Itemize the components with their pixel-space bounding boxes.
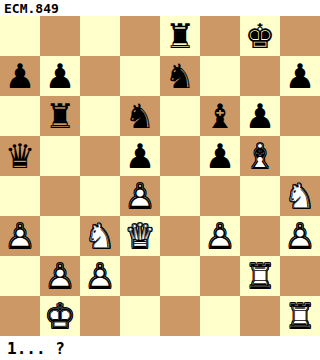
square-a5[interactable]: ♛ — [0, 136, 40, 176]
white-pawn-outline-icon: ♙ — [80, 256, 120, 296]
square-c3[interactable]: ♞♘ — [80, 216, 120, 256]
square-a2[interactable] — [0, 256, 40, 296]
square-d4[interactable]: ♟♙ — [120, 176, 160, 216]
square-e1[interactable] — [160, 296, 200, 336]
piece-white-knight: ♞♘ — [280, 176, 320, 216]
square-f1[interactable] — [200, 296, 240, 336]
square-d8[interactable] — [120, 16, 160, 56]
square-h3[interactable]: ♟♙ — [280, 216, 320, 256]
piece-black-knight: ♞ — [160, 56, 200, 96]
piece-white-pawn: ♟♙ — [120, 176, 160, 216]
white-knight-outline-icon: ♘ — [280, 176, 320, 216]
square-h5[interactable] — [280, 136, 320, 176]
white-pawn-outline-icon: ♙ — [40, 256, 80, 296]
square-b4[interactable] — [40, 176, 80, 216]
square-f5[interactable]: ♟ — [200, 136, 240, 176]
square-a8[interactable] — [0, 16, 40, 56]
white-king-outline-icon: ♔ — [40, 296, 80, 336]
white-pawn-outline-icon: ♙ — [0, 216, 40, 256]
square-h4[interactable]: ♞♘ — [280, 176, 320, 216]
white-pawn-outline-icon: ♙ — [120, 176, 160, 216]
piece-black-queen: ♛ — [0, 136, 40, 176]
square-f2[interactable] — [200, 256, 240, 296]
chess-board: ♜♚♟♟♞♟♜♞♝♟♛♟♟♝♗♟♙♞♘♟♙♞♘♛♕♟♙♟♙♟♙♟♙♜♖♚♔♜♖ — [0, 16, 320, 336]
square-g8[interactable]: ♚ — [240, 16, 280, 56]
square-a1[interactable] — [0, 296, 40, 336]
square-d6[interactable]: ♞ — [120, 96, 160, 136]
square-f7[interactable] — [200, 56, 240, 96]
square-b2[interactable]: ♟♙ — [40, 256, 80, 296]
black-rook-icon: ♜ — [40, 96, 80, 136]
piece-white-knight: ♞♘ — [80, 216, 120, 256]
white-rook-outline-icon: ♖ — [240, 256, 280, 296]
square-h7[interactable]: ♟ — [280, 56, 320, 96]
square-e3[interactable] — [160, 216, 200, 256]
piece-white-pawn: ♟♙ — [280, 216, 320, 256]
square-a4[interactable] — [0, 176, 40, 216]
square-d7[interactable] — [120, 56, 160, 96]
square-h8[interactable] — [280, 16, 320, 56]
white-pawn-outline-icon: ♙ — [200, 216, 240, 256]
black-bishop-icon: ♝ — [200, 96, 240, 136]
white-bishop-outline-icon: ♗ — [240, 136, 280, 176]
square-g5[interactable]: ♝♗ — [240, 136, 280, 176]
piece-white-rook: ♜♖ — [240, 256, 280, 296]
black-knight-icon: ♞ — [120, 96, 160, 136]
black-rook-icon: ♜ — [160, 16, 200, 56]
square-a7[interactable]: ♟ — [0, 56, 40, 96]
piece-black-pawn: ♟ — [240, 96, 280, 136]
black-king-icon: ♚ — [240, 16, 280, 56]
black-knight-icon: ♞ — [160, 56, 200, 96]
square-g4[interactable] — [240, 176, 280, 216]
square-b3[interactable] — [40, 216, 80, 256]
square-g1[interactable] — [240, 296, 280, 336]
piece-white-rook: ♜♖ — [280, 296, 320, 336]
black-pawn-icon: ♟ — [280, 56, 320, 96]
square-g6[interactable]: ♟ — [240, 96, 280, 136]
square-f8[interactable] — [200, 16, 240, 56]
white-rook-outline-icon: ♖ — [280, 296, 320, 336]
square-e7[interactable]: ♞ — [160, 56, 200, 96]
square-c1[interactable] — [80, 296, 120, 336]
piece-white-king: ♚♔ — [40, 296, 80, 336]
square-h1[interactable]: ♜♖ — [280, 296, 320, 336]
square-f4[interactable] — [200, 176, 240, 216]
square-d3[interactable]: ♛♕ — [120, 216, 160, 256]
square-g2[interactable]: ♜♖ — [240, 256, 280, 296]
piece-white-pawn: ♟♙ — [200, 216, 240, 256]
black-pawn-icon: ♟ — [0, 56, 40, 96]
piece-black-rook: ♜ — [40, 96, 80, 136]
black-pawn-icon: ♟ — [40, 56, 80, 96]
square-h2[interactable] — [280, 256, 320, 296]
square-b8[interactable] — [40, 16, 80, 56]
piece-white-queen: ♛♕ — [120, 216, 160, 256]
white-knight-outline-icon: ♘ — [80, 216, 120, 256]
square-g7[interactable] — [240, 56, 280, 96]
piece-black-pawn: ♟ — [0, 56, 40, 96]
piece-black-rook: ♜ — [160, 16, 200, 56]
square-b7[interactable]: ♟ — [40, 56, 80, 96]
square-c4[interactable] — [80, 176, 120, 216]
square-c6[interactable] — [80, 96, 120, 136]
black-pawn-icon: ♟ — [200, 136, 240, 176]
piece-black-pawn: ♟ — [280, 56, 320, 96]
square-d2[interactable] — [120, 256, 160, 296]
white-pawn-outline-icon: ♙ — [280, 216, 320, 256]
square-e4[interactable] — [160, 176, 200, 216]
square-e8[interactable]: ♜ — [160, 16, 200, 56]
black-pawn-icon: ♟ — [240, 96, 280, 136]
square-f3[interactable]: ♟♙ — [200, 216, 240, 256]
square-h6[interactable] — [280, 96, 320, 136]
square-d1[interactable] — [120, 296, 160, 336]
square-c7[interactable] — [80, 56, 120, 96]
piece-black-knight: ♞ — [120, 96, 160, 136]
piece-black-king: ♚ — [240, 16, 280, 56]
piece-black-pawn: ♟ — [200, 136, 240, 176]
square-d5[interactable]: ♟ — [120, 136, 160, 176]
piece-black-pawn: ♟ — [40, 56, 80, 96]
puzzle-title: ECM.849 — [0, 0, 320, 16]
black-queen-icon: ♛ — [0, 136, 40, 176]
piece-white-pawn: ♟♙ — [40, 256, 80, 296]
square-c8[interactable] — [80, 16, 120, 56]
piece-white-bishop: ♝♗ — [240, 136, 280, 176]
square-e6[interactable] — [160, 96, 200, 136]
square-b1[interactable]: ♚♔ — [40, 296, 80, 336]
square-c5[interactable] — [80, 136, 120, 176]
black-pawn-icon: ♟ — [120, 136, 160, 176]
white-queen-outline-icon: ♕ — [120, 216, 160, 256]
piece-white-pawn: ♟♙ — [0, 216, 40, 256]
move-prompt: 1... ? — [0, 336, 320, 360]
square-g3[interactable] — [240, 216, 280, 256]
square-f6[interactable]: ♝ — [200, 96, 240, 136]
square-e2[interactable] — [160, 256, 200, 296]
piece-white-pawn: ♟♙ — [80, 256, 120, 296]
square-b6[interactable]: ♜ — [40, 96, 80, 136]
square-a6[interactable] — [0, 96, 40, 136]
piece-black-bishop: ♝ — [200, 96, 240, 136]
square-e5[interactable] — [160, 136, 200, 176]
square-c2[interactable]: ♟♙ — [80, 256, 120, 296]
piece-black-pawn: ♟ — [120, 136, 160, 176]
square-a3[interactable]: ♟♙ — [0, 216, 40, 256]
square-b5[interactable] — [40, 136, 80, 176]
